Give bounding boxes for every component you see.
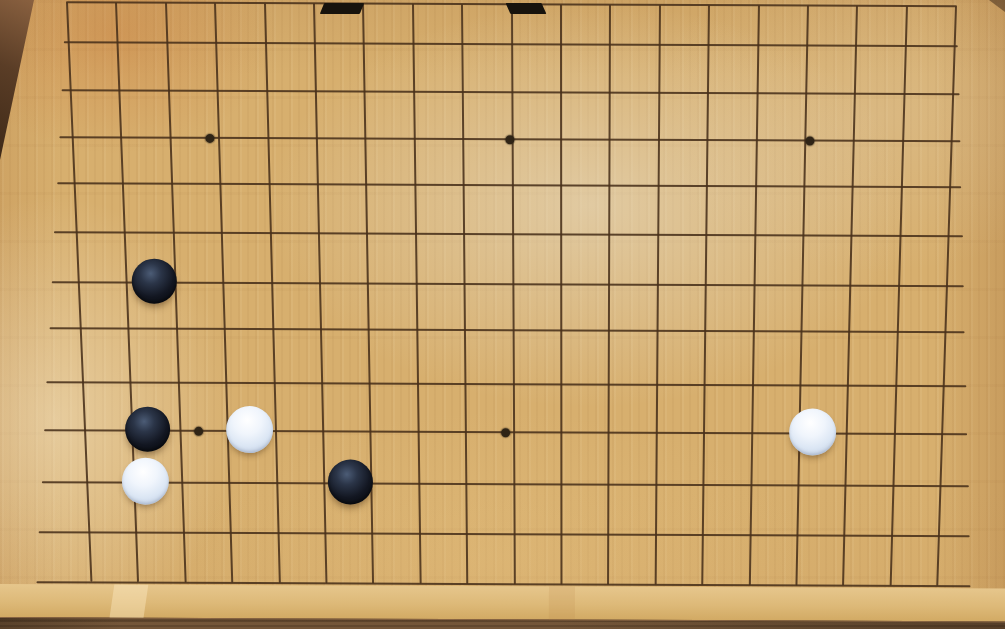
star-point-k4 (501, 428, 510, 437)
star-point-q10 (805, 136, 814, 145)
go-board-photo (0, 0, 1005, 629)
grid-line-row-7 (52, 281, 964, 287)
stone-white-e4[interactable] (226, 405, 273, 452)
star-point-d10 (205, 133, 214, 142)
board-front-edge (0, 584, 1005, 622)
wood-joint (110, 585, 149, 618)
stone-black-c7[interactable] (131, 258, 176, 303)
table-leg (506, 3, 547, 14)
wood-joint (549, 586, 575, 619)
stone-black-g3[interactable] (328, 459, 373, 504)
stone-white-c3[interactable] (122, 457, 169, 504)
grid-line-row-11 (61, 89, 959, 95)
grid-line-row-2 (39, 531, 970, 537)
grid-line-row-9 (57, 182, 962, 188)
star-point-d4 (194, 426, 203, 435)
table-leg (320, 3, 364, 14)
stone-black-c4[interactable] (125, 406, 170, 451)
grid-lines (0, 0, 1005, 629)
grid-line-row-6 (49, 327, 964, 333)
grid-line-row-8 (54, 231, 962, 237)
star-point-k10 (505, 135, 514, 144)
stone-white-q4[interactable] (789, 408, 836, 455)
grid-line-row-5 (47, 381, 967, 387)
